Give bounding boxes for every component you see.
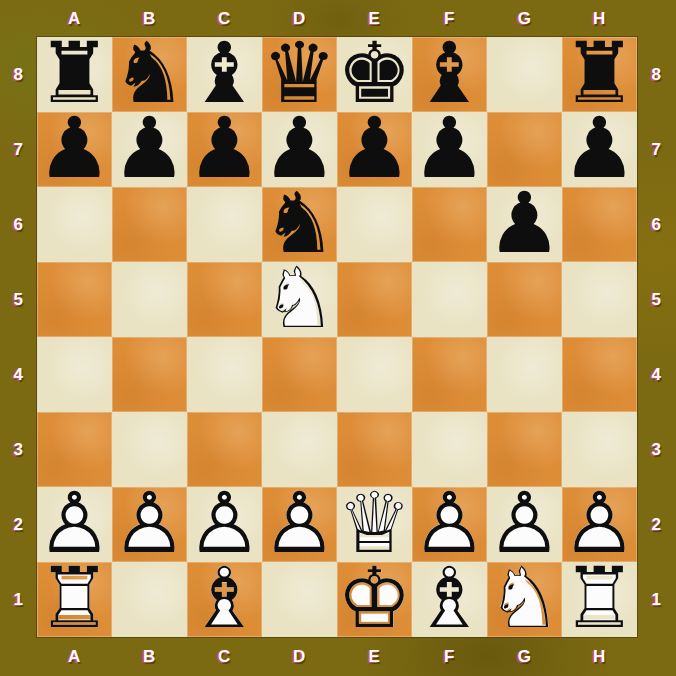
square-f1[interactable]: ♝♗: [412, 562, 487, 637]
square-b2[interactable]: ♟♙: [112, 487, 187, 562]
square-h1[interactable]: ♜♖: [562, 562, 637, 637]
square-g4[interactable]: [487, 337, 562, 412]
piece-white-pawn[interactable]: ♟♙: [262, 487, 337, 562]
rank-label-8: 8: [637, 37, 676, 112]
file-labels-bottom: ABCDEFGH: [37, 637, 637, 676]
file-label-g: G: [487, 637, 562, 676]
rank-label-3: 3: [637, 412, 676, 487]
square-g5[interactable]: [487, 262, 562, 337]
square-d2[interactable]: ♟♙: [262, 487, 337, 562]
square-a1[interactable]: ♜♖: [37, 562, 112, 637]
piece-outline: ♖: [562, 560, 637, 635]
square-g8[interactable]: [487, 37, 562, 112]
square-f7[interactable]: ♟: [412, 112, 487, 187]
square-h6[interactable]: [562, 187, 637, 262]
square-d5[interactable]: ♞♘: [262, 262, 337, 337]
piece-black-pawn[interactable]: ♟: [337, 112, 412, 187]
square-a5[interactable]: [37, 262, 112, 337]
piece-white-knight[interactable]: ♞♘: [487, 562, 562, 637]
file-label-a: A: [37, 637, 112, 676]
piece-fill: ♟: [412, 110, 487, 185]
piece-outline: ♙: [112, 485, 187, 560]
piece-outline: ♘: [262, 260, 337, 335]
file-label-h: H: [562, 637, 637, 676]
piece-black-pawn[interactable]: ♟: [562, 112, 637, 187]
square-c7[interactable]: ♟: [187, 112, 262, 187]
rank-label-7: 7: [0, 112, 37, 187]
rank-label-5: 5: [637, 262, 676, 337]
piece-outline: ♗: [187, 560, 262, 635]
rank-label-2: 2: [0, 487, 37, 562]
square-h4[interactable]: [562, 337, 637, 412]
rank-label-6: 6: [0, 187, 37, 262]
rank-label-7: 7: [637, 112, 676, 187]
square-f5[interactable]: [412, 262, 487, 337]
rank-label-4: 4: [0, 337, 37, 412]
chess-board: ♜♞♝♛♚♝♜♟♟♟♟♟♟♟♞♟♞♘♟♙♟♙♟♙♟♙♛♕♟♙♟♙♟♙♜♖♝♗♚♔…: [37, 37, 637, 637]
piece-black-pawn[interactable]: ♟: [37, 112, 112, 187]
piece-white-rook[interactable]: ♜♖: [562, 562, 637, 637]
file-label-f: F: [412, 637, 487, 676]
piece-white-knight[interactable]: ♞♘: [262, 262, 337, 337]
piece-black-pawn[interactable]: ♟: [487, 187, 562, 262]
piece-fill: ♟: [487, 185, 562, 260]
file-label-b: B: [112, 637, 187, 676]
piece-white-bishop[interactable]: ♝♗: [412, 562, 487, 637]
square-b6[interactable]: [112, 187, 187, 262]
piece-black-pawn[interactable]: ♟: [112, 112, 187, 187]
piece-black-pawn[interactable]: ♟: [187, 112, 262, 187]
piece-fill: ♟: [562, 110, 637, 185]
square-c1[interactable]: ♝♗: [187, 562, 262, 637]
rank-label-5: 5: [0, 262, 37, 337]
piece-outline: ♗: [412, 560, 487, 635]
square-c6[interactable]: [187, 187, 262, 262]
square-a4[interactable]: [37, 337, 112, 412]
file-label-c: C: [187, 637, 262, 676]
rank-label-1: 1: [637, 562, 676, 637]
piece-fill: ♟: [37, 110, 112, 185]
square-e5[interactable]: [337, 262, 412, 337]
square-e1[interactable]: ♚♔: [337, 562, 412, 637]
board-frame: ABCDEFGH 87654321 ♜♞♝♛♚♝♜♟♟♟♟♟♟♟♞♟♞♘♟♙♟♙…: [0, 0, 676, 676]
piece-white-rook[interactable]: ♜♖: [37, 562, 112, 637]
square-g1[interactable]: ♞♘: [487, 562, 562, 637]
square-e7[interactable]: ♟: [337, 112, 412, 187]
square-a6[interactable]: [37, 187, 112, 262]
square-b4[interactable]: [112, 337, 187, 412]
square-e6[interactable]: [337, 187, 412, 262]
rank-label-6: 6: [637, 187, 676, 262]
piece-outline: ♔: [337, 560, 412, 635]
rank-label-4: 4: [637, 337, 676, 412]
piece-black-pawn[interactable]: ♟: [412, 112, 487, 187]
square-b1[interactable]: [112, 562, 187, 637]
rank-labels-left: 87654321: [0, 37, 37, 637]
square-c4[interactable]: [187, 337, 262, 412]
square-c5[interactable]: [187, 262, 262, 337]
square-g6[interactable]: ♟: [487, 187, 562, 262]
piece-outline: ♙: [262, 485, 337, 560]
square-f4[interactable]: [412, 337, 487, 412]
file-label-d: D: [262, 637, 337, 676]
piece-fill: ♟: [112, 110, 187, 185]
piece-fill: ♟: [187, 110, 262, 185]
file-label-g: G: [487, 0, 562, 37]
rank-label-2: 2: [637, 487, 676, 562]
piece-outline: ♖: [37, 560, 112, 635]
square-d1[interactable]: [262, 562, 337, 637]
rank-labels-right: 87654321: [637, 37, 676, 637]
square-b5[interactable]: [112, 262, 187, 337]
square-d4[interactable]: [262, 337, 337, 412]
rank-label-8: 8: [0, 37, 37, 112]
piece-outline: ♘: [487, 560, 562, 635]
rank-label-3: 3: [0, 412, 37, 487]
piece-white-bishop[interactable]: ♝♗: [187, 562, 262, 637]
file-label-e: E: [337, 637, 412, 676]
square-b7[interactable]: ♟: [112, 112, 187, 187]
piece-fill: ♟: [337, 110, 412, 185]
square-e4[interactable]: [337, 337, 412, 412]
square-h7[interactable]: ♟: [562, 112, 637, 187]
piece-white-king[interactable]: ♚♔: [337, 562, 412, 637]
square-f6[interactable]: [412, 187, 487, 262]
square-h5[interactable]: [562, 262, 637, 337]
piece-white-pawn[interactable]: ♟♙: [112, 487, 187, 562]
square-a7[interactable]: ♟: [37, 112, 112, 187]
rank-label-1: 1: [0, 562, 37, 637]
